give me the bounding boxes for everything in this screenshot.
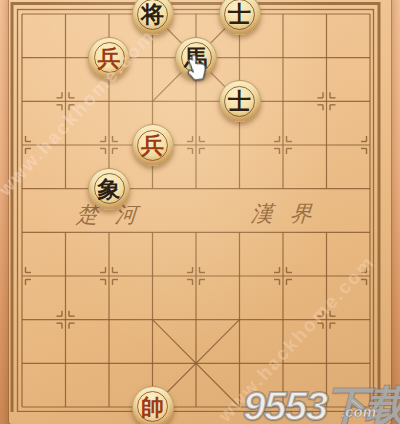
red-soldier-piece[interactable]: 兵 <box>88 37 130 79</box>
app-background: 楚河 漢界 将士兵馬 士兵象帥 www.hackhome.com www.hac… <box>0 0 400 424</box>
piece-layer: 将士兵馬 士兵象帥 <box>0 0 392 424</box>
black-advisor-piece[interactable]: 士 <box>219 80 261 122</box>
piece-character: 将 <box>133 0 173 34</box>
black-advisor-piece[interactable]: 士 <box>219 0 261 35</box>
watermark-site-logo: 9553下载 <box>243 379 400 424</box>
piece-character: 士 <box>220 81 260 121</box>
piece-character: 兵 <box>133 125 173 165</box>
black-horse-piece[interactable]: 馬 <box>175 37 217 79</box>
piece-character: 士 <box>220 0 260 34</box>
black-general-piece[interactable]: 将 <box>132 0 174 35</box>
red-general-piece[interactable]: 帥 <box>132 386 174 424</box>
piece-character: 帥 <box>133 387 173 424</box>
piece-character: 兵 <box>89 38 129 78</box>
piece-character: 象 <box>89 169 129 209</box>
watermark-site-suffix: .com <box>341 403 376 420</box>
black-elephant-piece[interactable]: 象 <box>88 168 130 210</box>
red-soldier-piece[interactable]: 兵 <box>132 124 174 166</box>
